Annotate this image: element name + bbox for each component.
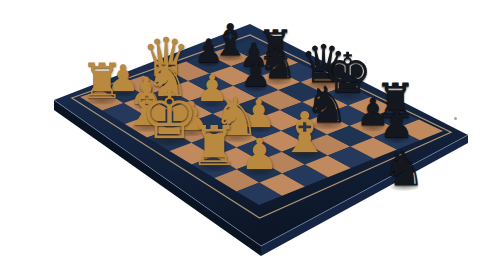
white-rook-a1[interactable]: ♜ bbox=[80, 57, 123, 105]
white-bishop-g4[interactable]: ♝ bbox=[280, 104, 330, 160]
black-pawn-a6[interactable]: ♟ bbox=[194, 35, 223, 68]
white-pawn-g2[interactable]: ♟ bbox=[240, 134, 278, 177]
black-knight-offboard[interactable]: ♞ bbox=[382, 144, 425, 192]
dust-speck bbox=[454, 117, 457, 120]
white-rook-f1[interactable]: ♜ bbox=[190, 119, 239, 174]
chessboard-photo: ♜♝♚♜♟♟♟♟♞♞♛♟♟♝♟♟♞♝♟♞♟♟♜♛♚♜♞ bbox=[0, 0, 500, 280]
black-pawn-h7[interactable]: ♟ bbox=[379, 105, 414, 144]
